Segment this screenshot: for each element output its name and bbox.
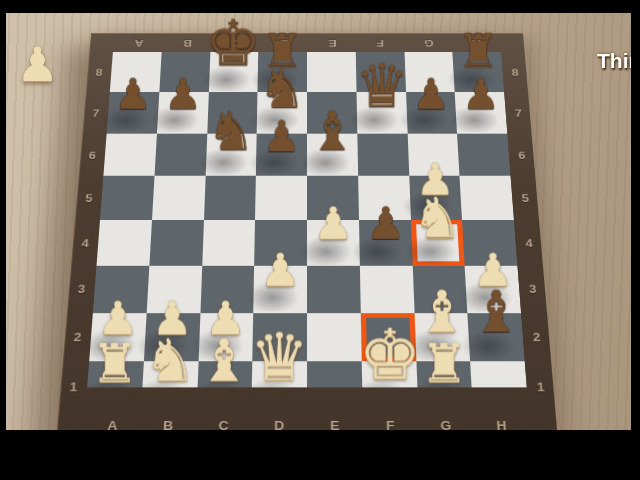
coordinate-label: E: [307, 35, 355, 51]
coordinate-label: A: [114, 35, 163, 51]
piece-white-knight-b1[interactable]: ♞: [141, 361, 198, 412]
coordinate-label: 8: [504, 53, 527, 93]
white-rook-icon: ♜: [421, 337, 469, 390]
letterbox-bar-bottom: [0, 430, 640, 480]
file-labels-back: ABCDEFGH: [114, 35, 501, 51]
coordinate-label: 8: [88, 53, 111, 93]
coordinate-label: C: [211, 35, 260, 51]
square-b8[interactable]: [159, 52, 210, 92]
coordinate-label: F: [356, 35, 405, 51]
square-h6[interactable]: [457, 133, 510, 176]
square-g6[interactable]: [407, 133, 460, 176]
coordinate-label: D: [259, 35, 307, 51]
square-d6[interactable]: [256, 133, 307, 176]
white-pawn-icon: ♟: [260, 248, 301, 293]
piece-white-queen-d1[interactable]: ♛: [252, 361, 307, 412]
square-f6[interactable]: [357, 133, 409, 176]
square-a8[interactable]: [110, 52, 162, 92]
coordinate-label: 5: [77, 176, 101, 220]
square-h5[interactable]: [460, 176, 514, 220]
coordinate-label: G: [404, 35, 453, 51]
coordinate-label: 4: [73, 220, 98, 265]
chess-board-3d: ABCDEFGH ABCDEFGH 87654321 87654321 ♜♞♝♛…: [85, 52, 528, 412]
square-d7[interactable]: [257, 92, 307, 133]
piece-white-rook-a1[interactable]: ♜: [85, 361, 143, 412]
square-h8[interactable]: [453, 52, 505, 92]
coordinate-label: 2: [524, 313, 550, 362]
square-f8[interactable]: [356, 52, 406, 92]
square-c6[interactable]: [205, 133, 257, 176]
square-b6[interactable]: [154, 133, 207, 176]
square-c7[interactable]: [207, 92, 258, 133]
black-bishop-icon: ♝: [470, 283, 522, 340]
coordinate-label: 7: [84, 93, 108, 134]
square-f7[interactable]: [356, 92, 407, 133]
white-bishop-icon: ♝: [198, 332, 250, 390]
coordinate-label: 1: [528, 362, 554, 412]
square-a7[interactable]: [107, 92, 159, 133]
square-d5[interactable]: [255, 176, 307, 220]
letterbox-bar-top: [0, 0, 640, 13]
letterbox-bar-right: [631, 0, 640, 480]
piece-white-bishop-c1[interactable]: ♝: [196, 361, 252, 412]
piece-black-bishop-h2[interactable]: ♝: [468, 313, 525, 362]
square-c5[interactable]: [204, 176, 257, 220]
letterbox-bar-left: [0, 0, 6, 480]
square-g8[interactable]: [404, 52, 455, 92]
square-e7[interactable]: [307, 92, 357, 133]
square-g7[interactable]: [406, 92, 458, 133]
piece-black-pawn-f4[interactable]: ♟: [359, 220, 412, 266]
square-c8[interactable]: [208, 52, 258, 92]
square-b5[interactable]: [152, 176, 205, 220]
square-b7[interactable]: [157, 92, 209, 133]
square-e8[interactable]: [307, 52, 356, 92]
white-pawn-icon: ♟: [313, 202, 353, 246]
square-d8[interactable]: [258, 52, 307, 92]
white-rook-icon: ♜: [91, 337, 139, 390]
piece-white-pawn-e4[interactable]: ♟: [307, 220, 360, 266]
coordinate-label: 7: [507, 93, 531, 134]
square-h7[interactable]: [455, 92, 507, 133]
coordinate-label: 4: [517, 220, 542, 265]
white-king-icon: ♚: [358, 320, 421, 390]
white-knight-icon: ♞: [143, 332, 195, 390]
square-a6[interactable]: [103, 133, 156, 176]
captured-white-pawn-icon: ♟: [16, 36, 59, 92]
black-pawn-icon: ♟: [365, 202, 405, 246]
square-a5[interactable]: [100, 176, 154, 220]
coordinate-label: B: [162, 35, 211, 51]
white-knight-icon: ♞: [413, 191, 463, 247]
captured-pieces-tray: ♟: [16, 40, 59, 88]
white-queen-icon: ♛: [250, 325, 309, 391]
square-e6[interactable]: [307, 133, 358, 176]
piece-white-rook-g1[interactable]: ♜: [416, 361, 473, 412]
coordinate-label: 6: [510, 134, 534, 177]
piece-white-knight-g4[interactable]: ♞: [411, 220, 465, 266]
coordinate-label: 3: [521, 266, 546, 313]
coordinate-label: 3: [69, 266, 94, 313]
coordinate-label: 5: [514, 176, 538, 220]
coordinate-label: H: [452, 35, 501, 51]
piece-white-king-f1[interactable]: ♚: [361, 361, 417, 412]
piece-white-pawn-d3[interactable]: ♟: [253, 266, 307, 313]
coordinate-label: 6: [81, 134, 105, 177]
